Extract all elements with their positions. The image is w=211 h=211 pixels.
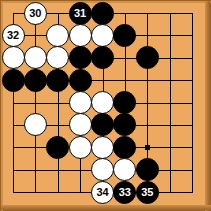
black-stone — [136, 158, 159, 181]
hoshi-point — [145, 145, 150, 150]
white-stone — [69, 113, 92, 136]
black-stone-move-35: 35 — [136, 181, 159, 204]
board-edge-right — [205, 1, 210, 211]
black-stone — [24, 69, 47, 92]
white-stone — [24, 113, 47, 136]
white-stone-move-34: 34 — [91, 181, 114, 204]
black-stone — [91, 2, 114, 25]
black-stone — [91, 46, 114, 69]
grid-vline — [170, 13, 171, 193]
black-stone-move-31: 31 — [69, 2, 92, 25]
board-edge-bottom — [1, 205, 211, 210]
black-stone — [113, 91, 136, 114]
white-stone-move-32: 32 — [2, 24, 25, 47]
black-stone — [91, 113, 114, 136]
white-stone — [69, 24, 92, 47]
white-stone — [113, 158, 136, 181]
black-stone — [113, 113, 136, 136]
grid-vline — [192, 13, 193, 193]
white-stone — [91, 136, 114, 159]
go-board: 303132343335 — [0, 0, 211, 211]
white-stone — [91, 91, 114, 114]
go-board-diagram: 303132343335 — [0, 0, 211, 211]
white-stone — [46, 24, 69, 47]
white-stone — [46, 46, 69, 69]
black-stone — [136, 46, 159, 69]
black-stone — [2, 69, 25, 92]
black-stone — [69, 69, 92, 92]
white-stone — [2, 46, 25, 69]
black-stone-move-33: 33 — [113, 181, 136, 204]
white-stone — [69, 91, 92, 114]
white-stone — [24, 46, 47, 69]
black-stone — [46, 136, 69, 159]
white-stone — [69, 136, 92, 159]
white-stone — [91, 24, 114, 47]
white-stone — [91, 158, 114, 181]
white-stone-move-30: 30 — [24, 2, 47, 25]
black-stone — [113, 136, 136, 159]
black-stone — [69, 46, 92, 69]
black-stone — [113, 24, 136, 47]
black-stone — [46, 69, 69, 92]
